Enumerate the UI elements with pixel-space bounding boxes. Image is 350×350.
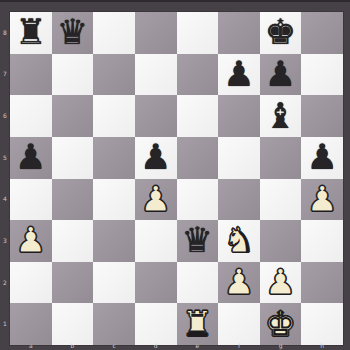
square-c7[interactable]: [93, 54, 135, 96]
square-g7[interactable]: ♟: [260, 54, 302, 96]
square-a5[interactable]: ♟: [10, 137, 52, 179]
piece-white-pawn-d4[interactable]: ♟: [140, 179, 171, 220]
square-e6[interactable]: [177, 95, 219, 137]
piece-white-pawn-h4[interactable]: ♟: [306, 179, 337, 220]
square-g6[interactable]: ♝: [260, 95, 302, 137]
square-a3[interactable]: ♟: [10, 220, 52, 262]
square-c6[interactable]: [93, 95, 135, 137]
square-e7[interactable]: [177, 54, 219, 96]
square-f2[interactable]: ♟: [218, 262, 260, 304]
square-h4[interactable]: ♟: [301, 179, 343, 221]
piece-white-rook-e1[interactable]: ♜: [182, 304, 213, 345]
square-f1[interactable]: [218, 303, 260, 345]
rank-label-6: 6: [0, 113, 10, 119]
square-b2[interactable]: [52, 262, 94, 304]
square-d4[interactable]: ♟: [135, 179, 177, 221]
piece-white-pawn-a3[interactable]: ♟: [15, 220, 46, 261]
file-label-f: f: [233, 343, 245, 349]
square-h1[interactable]: [301, 303, 343, 345]
square-b6[interactable]: [52, 95, 94, 137]
piece-black-bishop-g6[interactable]: ♝: [265, 96, 296, 137]
square-e4[interactable]: [177, 179, 219, 221]
square-e3[interactable]: ♛: [177, 220, 219, 262]
piece-black-pawn-g7[interactable]: ♟: [265, 54, 296, 95]
file-label-c: c: [108, 343, 120, 349]
file-label-g: g: [275, 343, 287, 349]
square-g1[interactable]: ♚: [260, 303, 302, 345]
square-f8[interactable]: [218, 12, 260, 54]
piece-black-pawn-a5[interactable]: ♟: [15, 137, 46, 178]
square-d2[interactable]: [135, 262, 177, 304]
piece-black-rook-a8[interactable]: ♜: [15, 12, 46, 53]
piece-black-king-g8[interactable]: ♚: [265, 12, 296, 53]
chess-board: ♜♛♚♟♟♝♟♟♟♟♟♟♛♞♟♟♜♚: [10, 12, 343, 345]
file-label-h: h: [316, 343, 328, 349]
rank-label-8: 8: [0, 30, 10, 36]
file-label-a: a: [25, 343, 37, 349]
square-g3[interactable]: [260, 220, 302, 262]
square-b4[interactable]: [52, 179, 94, 221]
rank-label-7: 7: [0, 71, 10, 77]
square-h6[interactable]: [301, 95, 343, 137]
board-frame: ♜♛♚♟♟♝♟♟♟♟♟♟♛♞♟♟♜♚ 87654321abcdefgh: [0, 0, 350, 350]
square-h7[interactable]: [301, 54, 343, 96]
square-h5[interactable]: ♟: [301, 137, 343, 179]
square-g8[interactable]: ♚: [260, 12, 302, 54]
square-f3[interactable]: ♞: [218, 220, 260, 262]
piece-white-pawn-f2[interactable]: ♟: [223, 262, 254, 303]
square-b8[interactable]: ♛: [52, 12, 94, 54]
square-a6[interactable]: [10, 95, 52, 137]
square-h8[interactable]: [301, 12, 343, 54]
piece-white-king-g1[interactable]: ♚: [265, 304, 296, 345]
file-label-b: b: [66, 343, 78, 349]
square-d3[interactable]: [135, 220, 177, 262]
square-a2[interactable]: [10, 262, 52, 304]
square-e1[interactable]: ♜: [177, 303, 219, 345]
square-c8[interactable]: [93, 12, 135, 54]
file-label-e: e: [191, 343, 203, 349]
square-d8[interactable]: [135, 12, 177, 54]
square-a7[interactable]: [10, 54, 52, 96]
piece-black-queen-e3[interactable]: ♛: [182, 220, 213, 261]
piece-black-queen-b8[interactable]: ♛: [57, 12, 88, 53]
piece-white-pawn-g2[interactable]: ♟: [265, 262, 296, 303]
square-d1[interactable]: [135, 303, 177, 345]
square-d7[interactable]: [135, 54, 177, 96]
rank-label-1: 1: [0, 321, 10, 327]
square-c4[interactable]: [93, 179, 135, 221]
square-b7[interactable]: [52, 54, 94, 96]
square-a8[interactable]: ♜: [10, 12, 52, 54]
square-f4[interactable]: [218, 179, 260, 221]
square-b1[interactable]: [52, 303, 94, 345]
square-d5[interactable]: ♟: [135, 137, 177, 179]
square-a1[interactable]: [10, 303, 52, 345]
square-d6[interactable]: [135, 95, 177, 137]
square-h3[interactable]: [301, 220, 343, 262]
square-b3[interactable]: [52, 220, 94, 262]
square-g2[interactable]: ♟: [260, 262, 302, 304]
square-e5[interactable]: [177, 137, 219, 179]
piece-black-pawn-h5[interactable]: ♟: [306, 137, 337, 178]
square-f7[interactable]: ♟: [218, 54, 260, 96]
square-a4[interactable]: [10, 179, 52, 221]
rank-label-2: 2: [0, 280, 10, 286]
square-c1[interactable]: [93, 303, 135, 345]
file-label-d: d: [150, 343, 162, 349]
rank-label-3: 3: [0, 238, 10, 244]
piece-black-pawn-f7[interactable]: ♟: [223, 54, 254, 95]
square-c2[interactable]: [93, 262, 135, 304]
square-e2[interactable]: [177, 262, 219, 304]
square-c3[interactable]: [93, 220, 135, 262]
square-c5[interactable]: [93, 137, 135, 179]
square-g5[interactable]: [260, 137, 302, 179]
rank-label-4: 4: [0, 196, 10, 202]
square-b5[interactable]: [52, 137, 94, 179]
rank-label-5: 5: [0, 155, 10, 161]
piece-black-pawn-d5[interactable]: ♟: [140, 137, 171, 178]
square-f6[interactable]: [218, 95, 260, 137]
square-f5[interactable]: [218, 137, 260, 179]
square-h2[interactable]: [301, 262, 343, 304]
piece-white-knight-f3[interactable]: ♞: [223, 220, 254, 261]
square-e8[interactable]: [177, 12, 219, 54]
square-g4[interactable]: [260, 179, 302, 221]
